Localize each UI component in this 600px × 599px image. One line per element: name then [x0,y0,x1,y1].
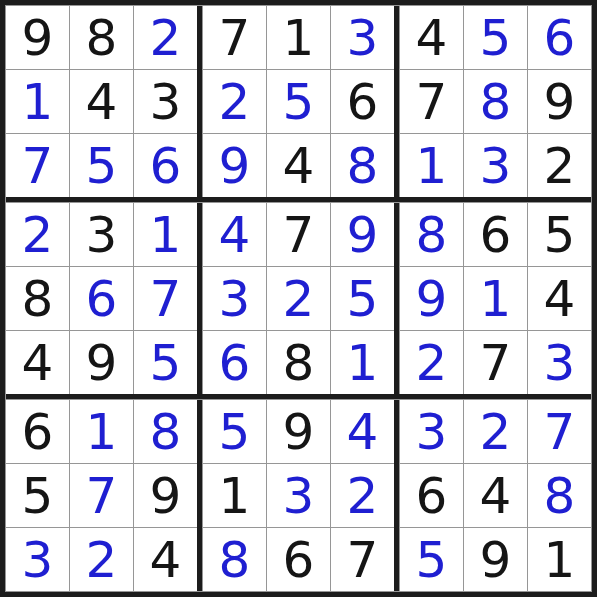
cell-r1c1[interactable]: 9 [6,6,69,69]
cell-r2c9[interactable]: 9 [528,70,591,133]
cell-r8c5[interactable]: 3 [267,464,330,527]
filled-digit: 3 [219,274,251,324]
given-digit: 6 [283,535,315,585]
filled-digit: 8 [480,77,512,127]
cell-r6c4[interactable]: 6 [203,331,266,394]
board-inner-ring: 9827134561432567897569481322314798658673… [5,5,592,592]
cell-r1c3[interactable]: 2 [134,6,197,69]
given-digit: 4 [150,535,182,585]
cell-r3c4[interactable]: 9 [203,134,266,197]
given-digit: 6 [416,471,448,521]
cell-r7c5[interactable]: 9 [267,400,330,463]
given-digit: 1 [544,535,576,585]
given-digit: 8 [283,338,315,388]
cell-r6c8[interactable]: 7 [464,331,527,394]
cell-r8c1[interactable]: 5 [6,464,69,527]
cell-r7c8[interactable]: 2 [464,400,527,463]
filled-digit: 4 [219,210,251,260]
cell-r9c8[interactable]: 9 [464,528,527,591]
filled-digit: 5 [480,13,512,63]
cell-r5c6[interactable]: 5 [331,267,394,330]
cell-r5c1[interactable]: 8 [6,267,69,330]
cell-r3c1[interactable]: 7 [6,134,69,197]
cell-r7c7[interactable]: 3 [400,400,463,463]
cell-r4c2[interactable]: 3 [70,203,133,266]
filled-digit: 3 [416,407,448,457]
cell-r5c8[interactable]: 1 [464,267,527,330]
filled-digit: 8 [150,407,182,457]
given-digit: 5 [544,210,576,260]
filled-digit: 9 [219,141,251,191]
filled-digit: 9 [347,210,379,260]
filled-digit: 8 [544,471,576,521]
cell-r3c8[interactable]: 3 [464,134,527,197]
given-digit: 1 [219,471,251,521]
filled-digit: 2 [347,471,379,521]
cell-r2c4[interactable]: 2 [203,70,266,133]
filled-digit: 2 [150,13,182,63]
filled-digit: 3 [480,141,512,191]
cell-r3c2[interactable]: 5 [70,134,133,197]
given-digit: 1 [283,13,315,63]
cell-r4c3[interactable]: 1 [134,203,197,266]
filled-digit: 1 [347,338,379,388]
filled-digit: 2 [86,535,118,585]
cell-r1c5[interactable]: 1 [267,6,330,69]
cell-r1c8[interactable]: 5 [464,6,527,69]
cell-r2c3[interactable]: 3 [134,70,197,133]
cell-r8c8[interactable]: 4 [464,464,527,527]
given-digit: 9 [283,407,315,457]
filled-digit: 2 [219,77,251,127]
filled-digit: 1 [480,274,512,324]
cell-r2c6[interactable]: 6 [331,70,394,133]
filled-digit: 9 [416,274,448,324]
cell-r5c2[interactable]: 6 [70,267,133,330]
given-digit: 4 [480,471,512,521]
cell-r4c5[interactable]: 7 [267,203,330,266]
filled-digit: 4 [347,407,379,457]
cell-r9c9[interactable]: 1 [528,528,591,591]
cell-r9c5[interactable]: 6 [267,528,330,591]
sudoku-board: 9827134561432567897569481322314798658673… [0,0,597,597]
cell-r1c2[interactable]: 8 [70,6,133,69]
cell-r2c1[interactable]: 1 [6,70,69,133]
cell-r2c2[interactable]: 4 [70,70,133,133]
filled-digit: 2 [283,274,315,324]
cell-r1c6[interactable]: 3 [331,6,394,69]
given-digit: 6 [347,77,379,127]
cell-r7c1[interactable]: 6 [6,400,69,463]
filled-digit: 6 [86,274,118,324]
cell-r5c7[interactable]: 9 [400,267,463,330]
given-digit: 4 [283,141,315,191]
filled-digit: 6 [544,13,576,63]
cell-r2c8[interactable]: 8 [464,70,527,133]
given-digit: 8 [22,274,54,324]
given-digit: 4 [416,13,448,63]
cell-r8c7[interactable]: 6 [400,464,463,527]
filled-digit: 5 [416,535,448,585]
given-digit: 7 [416,77,448,127]
filled-digit: 3 [347,13,379,63]
cell-r1c9[interactable]: 6 [528,6,591,69]
cell-r3c6[interactable]: 8 [331,134,394,197]
given-digit: 4 [544,274,576,324]
filled-digit: 5 [283,77,315,127]
cell-r9c4[interactable]: 8 [203,528,266,591]
filled-digit: 1 [22,77,54,127]
filled-digit: 3 [22,535,54,585]
given-digit: 5 [22,471,54,521]
cell-r8c9[interactable]: 8 [528,464,591,527]
given-digit: 9 [22,13,54,63]
cell-r7c6[interactable]: 4 [331,400,394,463]
cell-r9c1[interactable]: 3 [6,528,69,591]
filled-digit: 6 [219,338,251,388]
cell-r6c7[interactable]: 2 [400,331,463,394]
sudoku-grid: 9827134561432567897569481322314798658673… [6,6,591,591]
filled-digit: 1 [150,210,182,260]
filled-digit: 5 [219,407,251,457]
cell-r7c4[interactable]: 5 [203,400,266,463]
given-digit: 6 [22,407,54,457]
cell-r7c2[interactable]: 1 [70,400,133,463]
given-digit: 7 [283,210,315,260]
cell-r4c8[interactable]: 6 [464,203,527,266]
given-digit: 6 [480,210,512,260]
cell-r5c3[interactable]: 7 [134,267,197,330]
cell-r4c7[interactable]: 8 [400,203,463,266]
given-digit: 9 [150,471,182,521]
given-digit: 4 [86,77,118,127]
cell-r5c4[interactable]: 3 [203,267,266,330]
given-digit: 7 [219,13,251,63]
given-digit: 4 [22,338,54,388]
cell-r1c4[interactable]: 7 [203,6,266,69]
filled-digit: 7 [22,141,54,191]
filled-digit: 7 [544,407,576,457]
cell-r9c6[interactable]: 7 [331,528,394,591]
given-digit: 3 [150,77,182,127]
cell-r6c9[interactable]: 3 [528,331,591,394]
filled-digit: 3 [283,471,315,521]
cell-r8c3[interactable]: 9 [134,464,197,527]
cell-r5c9[interactable]: 4 [528,267,591,330]
cell-r2c7[interactable]: 7 [400,70,463,133]
filled-digit: 1 [416,141,448,191]
cell-r3c7[interactable]: 1 [400,134,463,197]
cell-r2c5[interactable]: 5 [267,70,330,133]
filled-digit: 2 [416,338,448,388]
filled-digit: 8 [416,210,448,260]
filled-digit: 5 [150,338,182,388]
filled-digit: 5 [86,141,118,191]
cell-r5c5[interactable]: 2 [267,267,330,330]
given-digit: 7 [347,535,379,585]
filled-digit: 8 [347,141,379,191]
filled-digit: 7 [86,471,118,521]
cell-r6c3[interactable]: 5 [134,331,197,394]
cell-r9c2[interactable]: 2 [70,528,133,591]
given-digit: 3 [86,210,118,260]
given-digit: 9 [480,535,512,585]
filled-digit: 5 [347,274,379,324]
cell-r8c2[interactable]: 7 [70,464,133,527]
filled-digit: 1 [86,407,118,457]
cell-r3c5[interactable]: 4 [267,134,330,197]
cell-r8c4[interactable]: 1 [203,464,266,527]
given-digit: 8 [86,13,118,63]
cell-r8c6[interactable]: 2 [331,464,394,527]
cell-r1c7[interactable]: 4 [400,6,463,69]
filled-digit: 3 [544,338,576,388]
cell-r4c9[interactable]: 5 [528,203,591,266]
filled-digit: 7 [150,274,182,324]
given-digit: 9 [544,77,576,127]
cell-r6c2[interactable]: 9 [70,331,133,394]
cell-r6c5[interactable]: 8 [267,331,330,394]
cell-r7c9[interactable]: 7 [528,400,591,463]
cell-r7c3[interactable]: 8 [134,400,197,463]
given-digit: 9 [86,338,118,388]
filled-digit: 6 [150,141,182,191]
cell-r3c9[interactable]: 2 [528,134,591,197]
filled-digit: 2 [480,407,512,457]
cell-r3c3[interactable]: 6 [134,134,197,197]
cell-r9c3[interactable]: 4 [134,528,197,591]
filled-digit: 8 [219,535,251,585]
given-digit: 2 [544,141,576,191]
given-digit: 7 [480,338,512,388]
cell-r4c4[interactable]: 4 [203,203,266,266]
cell-r6c1[interactable]: 4 [6,331,69,394]
cell-r9c7[interactable]: 5 [400,528,463,591]
cell-r4c1[interactable]: 2 [6,203,69,266]
filled-digit: 2 [22,210,54,260]
cell-r6c6[interactable]: 1 [331,331,394,394]
cell-r4c6[interactable]: 9 [331,203,394,266]
